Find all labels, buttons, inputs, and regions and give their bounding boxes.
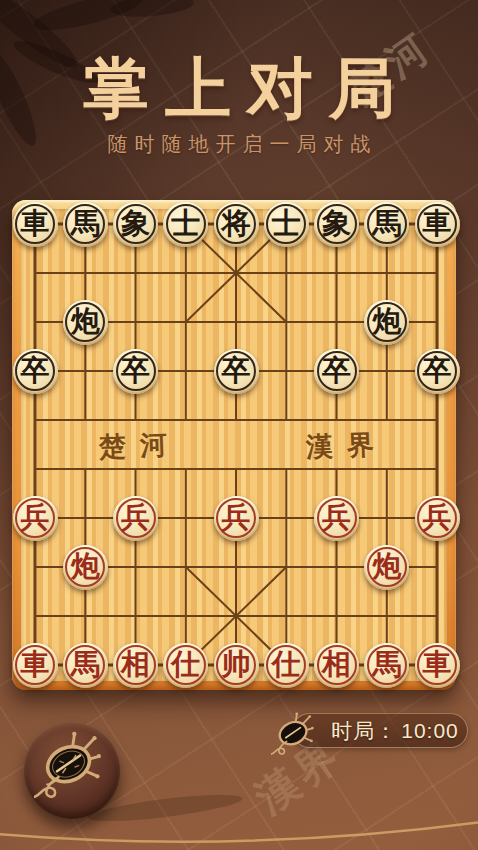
piece-black-卒[interactable]: 卒 <box>415 349 460 394</box>
page-subtitle: 随时随地开启一局对战 <box>0 131 478 158</box>
piece-black-卒[interactable]: 卒 <box>13 349 58 394</box>
piece-red-仕[interactable]: 仕 <box>264 643 309 688</box>
river-label-left: 楚河 <box>84 426 181 465</box>
piece-glyph: 卒 <box>322 356 351 385</box>
piece-glyph: 馬 <box>71 650 100 679</box>
piece-red-相[interactable]: 相 <box>113 643 158 688</box>
piece-glyph: 帅 <box>222 650 251 679</box>
piece-red-車[interactable]: 車 <box>415 643 460 688</box>
piece-glyph: 将 <box>222 209 251 238</box>
piece-glyph: 炮 <box>372 307 401 336</box>
piece-black-炮[interactable]: 炮 <box>63 300 108 345</box>
ornate-clock-icon <box>34 731 106 803</box>
page-title: 掌上对局 <box>0 44 478 134</box>
piece-glyph: 仕 <box>272 650 301 679</box>
piece-red-馬[interactable]: 馬 <box>63 643 108 688</box>
piece-glyph: 馬 <box>372 650 401 679</box>
piece-glyph: 兵 <box>423 503 452 532</box>
piece-black-卒[interactable]: 卒 <box>214 349 259 394</box>
piece-black-馬[interactable]: 馬 <box>63 202 108 247</box>
piece-glyph: 車 <box>423 650 452 679</box>
piece-glyph: 卒 <box>222 356 251 385</box>
ornate-clock-icon-small <box>271 712 317 758</box>
piece-red-兵[interactable]: 兵 <box>415 496 460 541</box>
xiangqi-board[interactable]: 楚河 漢界 車馬象士将士象馬車炮炮卒卒卒卒卒兵兵兵兵兵炮炮車馬相仕帅仕相馬車 <box>12 200 456 690</box>
piece-glyph: 兵 <box>121 503 150 532</box>
piece-glyph: 卒 <box>423 356 452 385</box>
piece-glyph: 相 <box>322 650 351 679</box>
piece-red-兵[interactable]: 兵 <box>13 496 58 541</box>
piece-black-卒[interactable]: 卒 <box>113 349 158 394</box>
piece-black-士[interactable]: 士 <box>264 202 309 247</box>
piece-red-帅[interactable]: 帅 <box>214 643 259 688</box>
board-grid-lines <box>12 200 456 690</box>
piece-black-車[interactable]: 車 <box>13 202 58 247</box>
piece-glyph: 車 <box>423 209 452 238</box>
piece-red-仕[interactable]: 仕 <box>163 643 208 688</box>
piece-glyph: 車 <box>21 209 50 238</box>
piece-red-兵[interactable]: 兵 <box>113 496 158 541</box>
piece-red-相[interactable]: 相 <box>314 643 359 688</box>
timer-value: 10:00 <box>401 719 459 743</box>
piece-glyph: 兵 <box>322 503 351 532</box>
piece-red-兵[interactable]: 兵 <box>214 496 259 541</box>
piece-glyph: 象 <box>322 209 351 238</box>
piece-black-炮[interactable]: 炮 <box>364 300 409 345</box>
piece-black-車[interactable]: 車 <box>415 202 460 247</box>
piece-black-士[interactable]: 士 <box>163 202 208 247</box>
piece-glyph: 車 <box>21 650 50 679</box>
piece-glyph: 象 <box>121 209 150 238</box>
river-label-right: 漢界 <box>291 426 388 465</box>
timer-label: 时局： <box>331 717 397 745</box>
piece-black-将[interactable]: 将 <box>214 202 259 247</box>
piece-glyph: 兵 <box>21 503 50 532</box>
piece-black-象[interactable]: 象 <box>314 202 359 247</box>
piece-black-象[interactable]: 象 <box>113 202 158 247</box>
piece-glyph: 卒 <box>121 356 150 385</box>
piece-red-馬[interactable]: 馬 <box>364 643 409 688</box>
piece-glyph: 炮 <box>372 552 401 581</box>
piece-glyph: 兵 <box>222 503 251 532</box>
piece-glyph: 馬 <box>372 209 401 238</box>
piece-glyph: 馬 <box>71 209 100 238</box>
piece-glyph: 卒 <box>21 356 50 385</box>
piece-glyph: 炮 <box>71 307 100 336</box>
app-screen: 楚河 漢界 掌上对局 随时随地开启一局对战 <box>0 0 478 850</box>
piece-black-卒[interactable]: 卒 <box>314 349 359 394</box>
piece-red-兵[interactable]: 兵 <box>314 496 359 541</box>
piece-glyph: 炮 <box>71 552 100 581</box>
game-timer-badge: 时局： 10:00 <box>292 713 468 748</box>
piece-glyph: 相 <box>121 650 150 679</box>
piece-red-炮[interactable]: 炮 <box>364 545 409 590</box>
piece-black-馬[interactable]: 馬 <box>364 202 409 247</box>
clock-compass-button[interactable] <box>24 723 120 819</box>
piece-glyph: 士 <box>171 209 200 238</box>
piece-red-車[interactable]: 車 <box>13 643 58 688</box>
piece-glyph: 士 <box>272 209 301 238</box>
piece-glyph: 仕 <box>171 650 200 679</box>
piece-red-炮[interactable]: 炮 <box>63 545 108 590</box>
